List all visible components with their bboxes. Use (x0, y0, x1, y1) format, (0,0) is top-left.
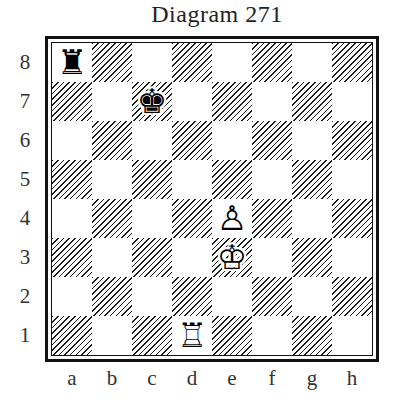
square-c2[interactable] (132, 277, 172, 316)
square-a3[interactable] (52, 238, 92, 277)
square-c3[interactable] (132, 238, 172, 277)
square-h2[interactable] (332, 277, 372, 316)
square-b6[interactable] (92, 121, 132, 160)
rank-labels: 87654321 (13, 43, 37, 355)
diagram-title: Diagram 271 (30, 1, 400, 28)
square-e7[interactable] (212, 82, 252, 121)
black-rook: ♜ (57, 43, 87, 82)
board-grid: ♜♚♙♔♖ (52, 43, 372, 355)
square-g1[interactable] (292, 316, 332, 355)
square-b3[interactable] (92, 238, 132, 277)
rank-label-6: 6 (13, 121, 37, 160)
square-c6[interactable] (132, 121, 172, 160)
square-b2[interactable] (92, 277, 132, 316)
square-e4[interactable]: ♙ (212, 199, 252, 238)
file-label-h: h (332, 366, 372, 391)
square-g5[interactable] (292, 160, 332, 199)
square-c5[interactable] (132, 160, 172, 199)
square-d5[interactable] (172, 160, 212, 199)
rank-label-3: 3 (13, 238, 37, 277)
square-e8[interactable] (212, 43, 252, 82)
file-label-c: c (132, 366, 172, 391)
square-h7[interactable] (332, 82, 372, 121)
square-h6[interactable] (332, 121, 372, 160)
square-f1[interactable] (252, 316, 292, 355)
square-a1[interactable] (52, 316, 92, 355)
square-g6[interactable] (292, 121, 332, 160)
square-f5[interactable] (252, 160, 292, 199)
square-a8[interactable]: ♜ (52, 43, 92, 82)
rank-label-4: 4 (13, 199, 37, 238)
square-f8[interactable] (252, 43, 292, 82)
square-d2[interactable] (172, 277, 212, 316)
square-e5[interactable] (212, 160, 252, 199)
square-f2[interactable] (252, 277, 292, 316)
square-g4[interactable] (292, 199, 332, 238)
file-label-e: e (212, 366, 252, 391)
square-f6[interactable] (252, 121, 292, 160)
board-inner-frame: ♜♚♙♔♖ (51, 42, 373, 356)
square-c1[interactable] (132, 316, 172, 355)
square-e2[interactable] (212, 277, 252, 316)
white-pawn: ♙ (217, 199, 247, 238)
file-label-a: a (52, 366, 92, 391)
square-d6[interactable] (172, 121, 212, 160)
square-h8[interactable] (332, 43, 372, 82)
square-e6[interactable] (212, 121, 252, 160)
square-a2[interactable] (52, 277, 92, 316)
black-king: ♚ (137, 82, 167, 121)
square-d4[interactable] (172, 199, 212, 238)
square-f4[interactable] (252, 199, 292, 238)
chess-diagram-page: Diagram 271 87654321 ♜♚♙♔♖ abcdefgh (0, 0, 400, 400)
rank-label-5: 5 (13, 160, 37, 199)
square-a7[interactable] (52, 82, 92, 121)
square-h1[interactable] (332, 316, 372, 355)
rank-label-7: 7 (13, 82, 37, 121)
square-h5[interactable] (332, 160, 372, 199)
square-e1[interactable] (212, 316, 252, 355)
file-label-g: g (292, 366, 332, 391)
square-h4[interactable] (332, 199, 372, 238)
square-f3[interactable] (252, 238, 292, 277)
rank-label-8: 8 (13, 43, 37, 82)
square-g8[interactable] (292, 43, 332, 82)
rank-label-1: 1 (13, 316, 37, 355)
square-c4[interactable] (132, 199, 172, 238)
square-c7[interactable]: ♚ (132, 82, 172, 121)
square-b5[interactable] (92, 160, 132, 199)
square-d7[interactable] (172, 82, 212, 121)
square-f7[interactable] (252, 82, 292, 121)
square-b4[interactable] (92, 199, 132, 238)
square-e3[interactable]: ♔ (212, 238, 252, 277)
file-labels: abcdefgh (52, 366, 372, 391)
square-c8[interactable] (132, 43, 172, 82)
square-d8[interactable] (172, 43, 212, 82)
chess-board: ♜♚♙♔♖ (45, 36, 379, 362)
white-king: ♔ (217, 238, 247, 277)
file-label-d: d (172, 366, 212, 391)
square-g2[interactable] (292, 277, 332, 316)
square-g3[interactable] (292, 238, 332, 277)
square-b7[interactable] (92, 82, 132, 121)
file-label-f: f (252, 366, 292, 391)
square-a6[interactable] (52, 121, 92, 160)
square-a5[interactable] (52, 160, 92, 199)
square-d1[interactable]: ♖ (172, 316, 212, 355)
square-b8[interactable] (92, 43, 132, 82)
white-rook: ♖ (177, 316, 207, 355)
square-a4[interactable] (52, 199, 92, 238)
square-g7[interactable] (292, 82, 332, 121)
square-b1[interactable] (92, 316, 132, 355)
rank-label-2: 2 (13, 277, 37, 316)
square-d3[interactable] (172, 238, 212, 277)
file-label-b: b (92, 366, 132, 391)
square-h3[interactable] (332, 238, 372, 277)
